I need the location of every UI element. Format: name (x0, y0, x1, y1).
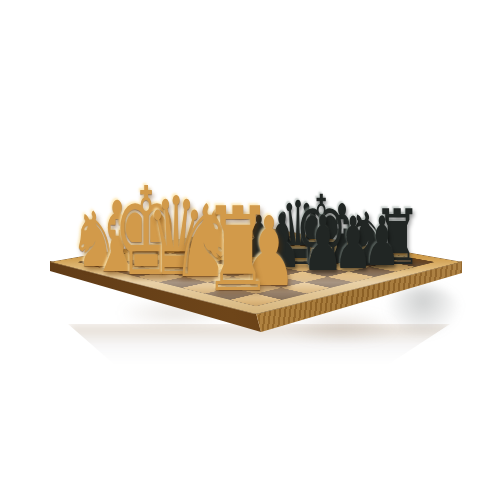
white-rook[interactable]: ♜ (203, 192, 274, 308)
photo-stage: ♞♝♚♛♞♜♟♟♟♛♚♟♝♟♞♟♜ (0, 0, 500, 500)
piece-layer: ♞♝♚♛♞♜♟♟♟♛♚♟♝♟♞♟♜ (0, 0, 500, 500)
black-pawn-3[interactable]: ♟ (303, 206, 344, 282)
